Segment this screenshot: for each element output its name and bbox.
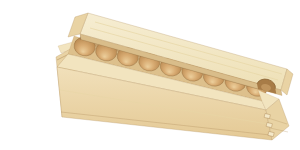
scene: [0, 0, 300, 150]
